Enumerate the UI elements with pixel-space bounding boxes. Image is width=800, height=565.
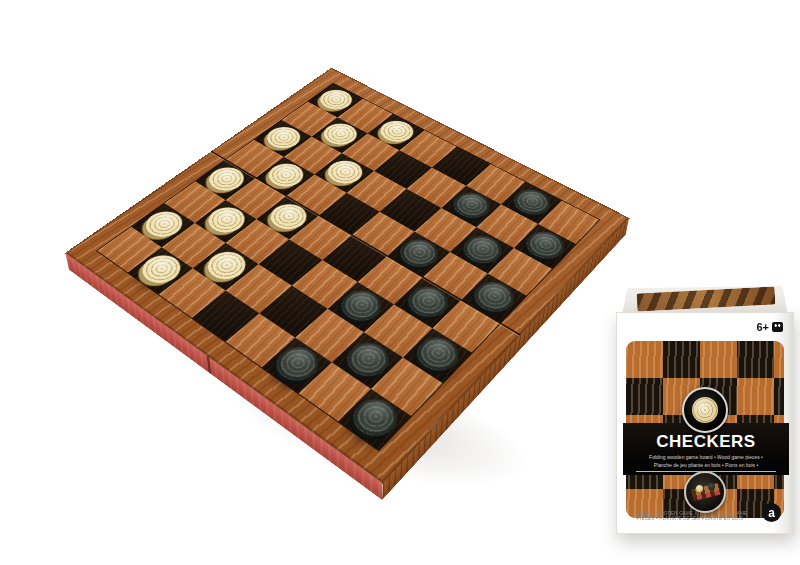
square-r6c2: ⛀ <box>193 243 258 290</box>
square-r5c6 <box>364 304 432 357</box>
box-front-face: 6+ CHECKERS Folding wooden game board • … <box>616 312 794 534</box>
square-r7c7: ⛂ <box>338 388 412 450</box>
box-tagline-1: Folding wooden game board • Wood game pi… <box>649 454 763 460</box>
product-box: 6+ CHECKERS Folding wooden game board • … <box>616 286 794 534</box>
square-r6c4 <box>260 286 328 337</box>
square-r3c5: ⛂ <box>387 231 451 277</box>
board-perspective-wrap: ⛀⛀⛂⛀⛂⛂⛀⛀⛂⛀⛂⛂⛀⛀⛂⛀⛂⛂⛀⛀⛂⛀⛂⛂ <box>0 0 720 560</box>
checker-piece-black: ⛂ <box>467 276 522 318</box>
cream-checker-icon <box>692 397 718 423</box>
board-surface: ⛀⛀⛂⛀⛂⛂⛀⛀⛂⛀⛂⛂⛀⛀⛂⛀⛂⛂⛀⛀⛂⛀⛂⛂ <box>65 68 629 483</box>
age-badge: 6+ <box>756 321 783 333</box>
checker-piece-black: ⛂ <box>456 230 508 268</box>
square-r4c7 <box>432 300 500 353</box>
box-title: CHECKERS <box>656 432 755 452</box>
square-r6c3 <box>226 264 292 313</box>
square-r3c6 <box>423 252 488 300</box>
checker-piece-black: ⛂ <box>401 281 456 323</box>
box-fine-print: FOLDING WOODEN GAME BOARD • WOOD GAME PI… <box>625 511 755 521</box>
age-text: 6+ <box>756 321 769 333</box>
box-tagline-2: Planche de jeu pliante en bois • Pions e… <box>654 462 758 468</box>
checkers-board: ⛀⛀⛂⛀⛂⛂⛀⛀⛂⛀⛂⛂⛀⛀⛂⛀⛂⛂⛀⛀⛂⛀⛂⛂ <box>65 68 629 483</box>
square-r5c7: ⛂ <box>402 328 472 383</box>
mini-cream-piece-icon <box>696 485 703 492</box>
folded-board-badge <box>684 471 726 513</box>
checker-piece-white: ⛀ <box>134 250 188 289</box>
square-r7c5: ⛂ <box>261 337 332 393</box>
checker-piece-black: ⛂ <box>345 392 406 443</box>
box-top-board-edge <box>637 286 776 311</box>
square-r7c2 <box>159 268 226 318</box>
brand-logo: a <box>762 503 781 522</box>
checker-piece-black: ⛂ <box>393 234 446 272</box>
checker-piece-white: ⛀ <box>199 246 253 285</box>
checker-piece-black: ⛂ <box>334 285 390 327</box>
square-r7c1: ⛀ <box>127 247 193 295</box>
square-r6c5 <box>295 309 364 363</box>
square-r7c4 <box>226 313 295 367</box>
square-r5c3 <box>258 239 323 286</box>
square-r7c6 <box>299 362 371 421</box>
square-r6c6: ⛂ <box>332 332 402 388</box>
square-r2c7 <box>488 248 552 296</box>
checker-piece-black: ⛂ <box>268 341 327 388</box>
mini-black-piece-icon <box>708 483 715 490</box>
square-r5c5: ⛂ <box>327 281 394 332</box>
product-photo: ⛀⛀⛂⛀⛂⛂⛀⛀⛂⛀⛂⛂⛀⛀⛂⛀⛂⛂⛀⛀⛂⛀⛂⛂ 6+ CHECKERS Fol… <box>0 0 800 565</box>
checker-piece-black: ⛂ <box>409 331 467 377</box>
square-r3c7: ⛂ <box>461 273 527 323</box>
square-r5c4 <box>292 260 358 309</box>
mini-folded-board-icon <box>691 483 721 501</box>
square-r7c3 <box>192 290 260 342</box>
checker-piece-black: ⛂ <box>339 336 397 382</box>
square-r4c4 <box>323 235 387 281</box>
square-r4c6: ⛂ <box>394 277 460 327</box>
players-icon <box>772 322 783 332</box>
piece-badge <box>682 387 728 433</box>
square-r6c7 <box>371 357 443 415</box>
square-r4c5 <box>358 256 423 304</box>
play-area: ⛀⛀⛂⛀⛂⛂⛀⛀⛂⛀⛂⛂⛀⛀⛂⛀⛂⛂⛀⛀⛂⛀⛂⛂ <box>97 83 599 449</box>
box-top-face <box>619 286 791 313</box>
